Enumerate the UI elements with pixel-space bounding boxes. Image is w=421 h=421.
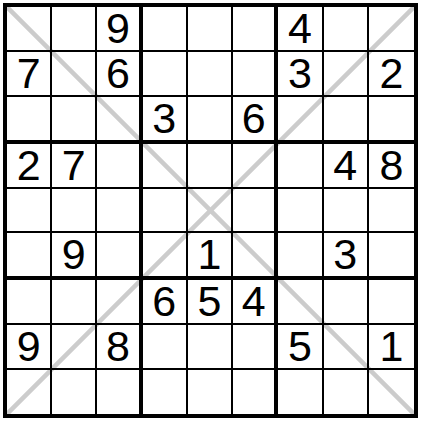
cell-r7c5[interactable]: 5	[188, 280, 233, 325]
cell-r9c5[interactable]	[188, 370, 233, 414]
cell-r8c9[interactable]: 1	[369, 325, 414, 370]
cell-r1c3[interactable]: 9	[97, 7, 142, 52]
cell-r6c3[interactable]	[97, 233, 142, 280]
cell-r6c8[interactable]: 3	[324, 233, 369, 280]
cell-r6c4[interactable]	[143, 233, 188, 280]
cell-r9c7[interactable]	[278, 370, 323, 414]
cell-r7c7[interactable]	[278, 280, 323, 325]
cell-r5c9[interactable]	[369, 189, 414, 233]
cell-r6c2[interactable]: 9	[52, 233, 97, 280]
cell-r3c8[interactable]	[324, 97, 369, 144]
cell-r9c3[interactable]	[97, 370, 142, 414]
cell-r2c3[interactable]: 6	[97, 52, 142, 97]
cell-r6c1[interactable]	[7, 233, 52, 280]
cell-r1c2[interactable]	[52, 7, 97, 52]
cell-r4c9[interactable]: 8	[369, 144, 414, 189]
cell-r4c2[interactable]: 7	[52, 144, 97, 189]
cell-r4c8[interactable]: 4	[324, 144, 369, 189]
cell-r9c9[interactable]	[369, 370, 414, 414]
cell-r5c1[interactable]	[7, 189, 52, 233]
cell-r8c6[interactable]	[233, 325, 278, 370]
cell-r9c4[interactable]	[143, 370, 188, 414]
cell-r2c2[interactable]	[52, 52, 97, 97]
cell-r1c9[interactable]	[369, 7, 414, 52]
cell-r2c5[interactable]	[188, 52, 233, 97]
cell-r2c9[interactable]: 2	[369, 52, 414, 97]
cell-r7c6[interactable]: 4	[233, 280, 278, 325]
sudoku-grid: 9476323627489136549851	[7, 7, 414, 414]
cell-r2c8[interactable]	[324, 52, 369, 97]
cell-r1c8[interactable]	[324, 7, 369, 52]
cell-r3c4[interactable]: 3	[143, 97, 188, 144]
cell-r9c8[interactable]	[324, 370, 369, 414]
cell-r2c4[interactable]	[143, 52, 188, 97]
cell-r5c2[interactable]	[52, 189, 97, 233]
cell-r8c7[interactable]: 5	[278, 325, 323, 370]
cell-r8c2[interactable]	[52, 325, 97, 370]
cell-r5c8[interactable]	[324, 189, 369, 233]
cell-r3c2[interactable]	[52, 97, 97, 144]
cell-r4c6[interactable]	[233, 144, 278, 189]
cell-r6c9[interactable]	[369, 233, 414, 280]
cell-r4c7[interactable]	[278, 144, 323, 189]
cell-r4c4[interactable]	[143, 144, 188, 189]
cell-r3c6[interactable]: 6	[233, 97, 278, 144]
cell-r6c5[interactable]: 1	[188, 233, 233, 280]
cell-r7c9[interactable]	[369, 280, 414, 325]
cell-r5c3[interactable]	[97, 189, 142, 233]
cell-r3c1[interactable]	[7, 97, 52, 144]
cell-r7c4[interactable]: 6	[143, 280, 188, 325]
cell-r1c5[interactable]	[188, 7, 233, 52]
cell-r1c4[interactable]	[143, 7, 188, 52]
cell-r6c6[interactable]	[233, 233, 278, 280]
cell-r8c3[interactable]: 8	[97, 325, 142, 370]
cell-r3c9[interactable]	[369, 97, 414, 144]
cell-r7c2[interactable]	[52, 280, 97, 325]
cell-r1c1[interactable]	[7, 7, 52, 52]
cell-r3c7[interactable]	[278, 97, 323, 144]
cell-r7c3[interactable]	[97, 280, 142, 325]
cell-r3c3[interactable]	[97, 97, 142, 144]
cell-r8c5[interactable]	[188, 325, 233, 370]
cell-r7c8[interactable]	[324, 280, 369, 325]
cell-r5c7[interactable]	[278, 189, 323, 233]
cell-r5c6[interactable]	[233, 189, 278, 233]
cell-r6c7[interactable]	[278, 233, 323, 280]
cell-r4c5[interactable]	[188, 144, 233, 189]
cell-r9c1[interactable]	[7, 370, 52, 414]
cell-r2c1[interactable]: 7	[7, 52, 52, 97]
cell-r5c4[interactable]	[143, 189, 188, 233]
cell-r2c7[interactable]: 3	[278, 52, 323, 97]
cell-r1c7[interactable]: 4	[278, 7, 323, 52]
cell-r8c8[interactable]	[324, 325, 369, 370]
cell-r8c1[interactable]: 9	[7, 325, 52, 370]
cell-r9c6[interactable]	[233, 370, 278, 414]
cell-r1c6[interactable]	[233, 7, 278, 52]
sudoku-board: 9476323627489136549851	[3, 3, 418, 418]
cell-r3c5[interactable]	[188, 97, 233, 144]
cell-r7c1[interactable]	[7, 280, 52, 325]
cell-r4c3[interactable]	[97, 144, 142, 189]
cell-r8c4[interactable]	[143, 325, 188, 370]
cell-r9c2[interactable]	[52, 370, 97, 414]
cell-r5c5[interactable]	[188, 189, 233, 233]
cell-r4c1[interactable]: 2	[7, 144, 52, 189]
cell-r2c6[interactable]	[233, 52, 278, 97]
